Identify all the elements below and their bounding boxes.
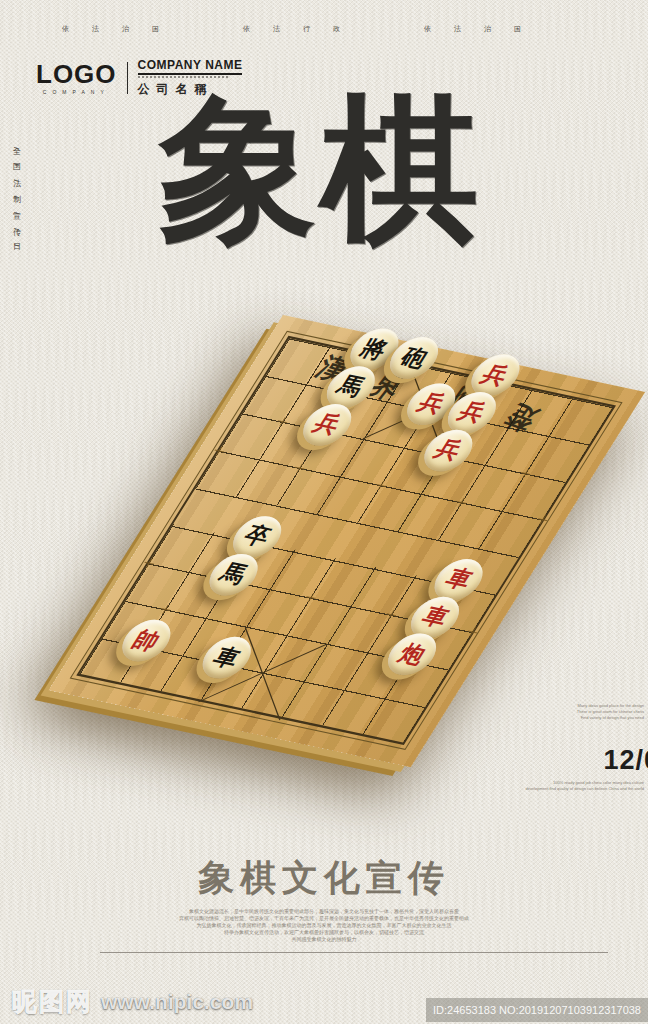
company-fineprint — [138, 76, 230, 78]
footer-divider — [100, 952, 608, 953]
fineprint-line: Find variety of design that you need — [494, 715, 644, 721]
watermark: 昵图网 www.nipic.com — [12, 985, 253, 1018]
piece-glyph: 馬 — [216, 561, 251, 587]
piece-glyph: 砲 — [397, 345, 432, 371]
piece-glyph: 兵 — [310, 411, 345, 437]
right-fineprint-top: Many ideas good place for the design The… — [494, 703, 644, 721]
fineprint-line: development find quality of design can b… — [474, 786, 644, 792]
piece-glyph: 炮 — [395, 642, 430, 668]
date-text: 12/0 — [603, 745, 648, 776]
piece-glyph: 兵 — [454, 400, 489, 426]
piece-glyph: 兵 — [414, 391, 449, 417]
piece-glyph: 車 — [442, 567, 477, 593]
logo-divider — [127, 62, 128, 94]
poster-title: 象棋 — [159, 84, 483, 254]
footer-paragraph: 象棋文化源远流长，是中华民族传统文化的重要组成部分，趣味深远，集文化与竞技于一体… — [124, 908, 524, 943]
right-fineprint-bottom: 100% ready good job china color many ide… — [474, 780, 644, 792]
watermark-id: ID:24653183 NO:20191207103912317038 — [426, 998, 648, 1022]
logo-subtext: COMPANY — [43, 89, 110, 95]
piece-glyph: 車 — [209, 645, 244, 671]
watermark-url: www.nipic.com — [101, 990, 253, 1014]
logo: LOGO COMPANY — [36, 61, 117, 95]
piece-glyph: 兵 — [478, 362, 513, 388]
piece-glyph: 馬 — [333, 374, 368, 400]
paragraph-line: 共同感受象棋文化的独特魅力 — [124, 936, 524, 943]
watermark-site: 昵图网 — [12, 985, 93, 1018]
poster: { "game": "xiangqi", "header": { "taglin… — [0, 0, 648, 1024]
piece-glyph: 將 — [357, 336, 392, 362]
paragraph-line: 象棋文化源远流长，是中华民族传统文化的重要组成部分，趣味深远，集文化与竞技于一体… — [124, 908, 524, 915]
footer-slogan: 象棋文化宣传 — [198, 854, 450, 903]
piece-glyph: 車 — [418, 604, 453, 630]
piece-glyph: 卒 — [239, 524, 274, 550]
company-name-en: COMPANY NAME — [138, 58, 243, 75]
top-tagline: 依法治国 依法行政 依法治国 — [62, 24, 602, 34]
left-vertical-text: 全/国/法/制/宣/传/日/ — [10, 140, 21, 440]
paragraph-line: 弈棋可以陶冶情操、启迪智慧、增进友谊，千百年来广为流传，是开展全民健身活动的重要… — [124, 915, 524, 922]
piece-glyph: 兵 — [431, 437, 466, 463]
paragraph-line: 为弘扬象棋文化，传承国粹经典，推动象棋运动的普及与发展，营造浓厚的文化氛围，丰富… — [124, 922, 524, 929]
piece-glyph: 帥 — [129, 628, 164, 654]
logo-text: LOGO — [36, 61, 117, 87]
paragraph-line: 特举办象棋文化宣传活动，欢迎广大象棋爱好者踊跃参与，以棋会友，切磋技艺，增进交流 — [124, 929, 524, 936]
